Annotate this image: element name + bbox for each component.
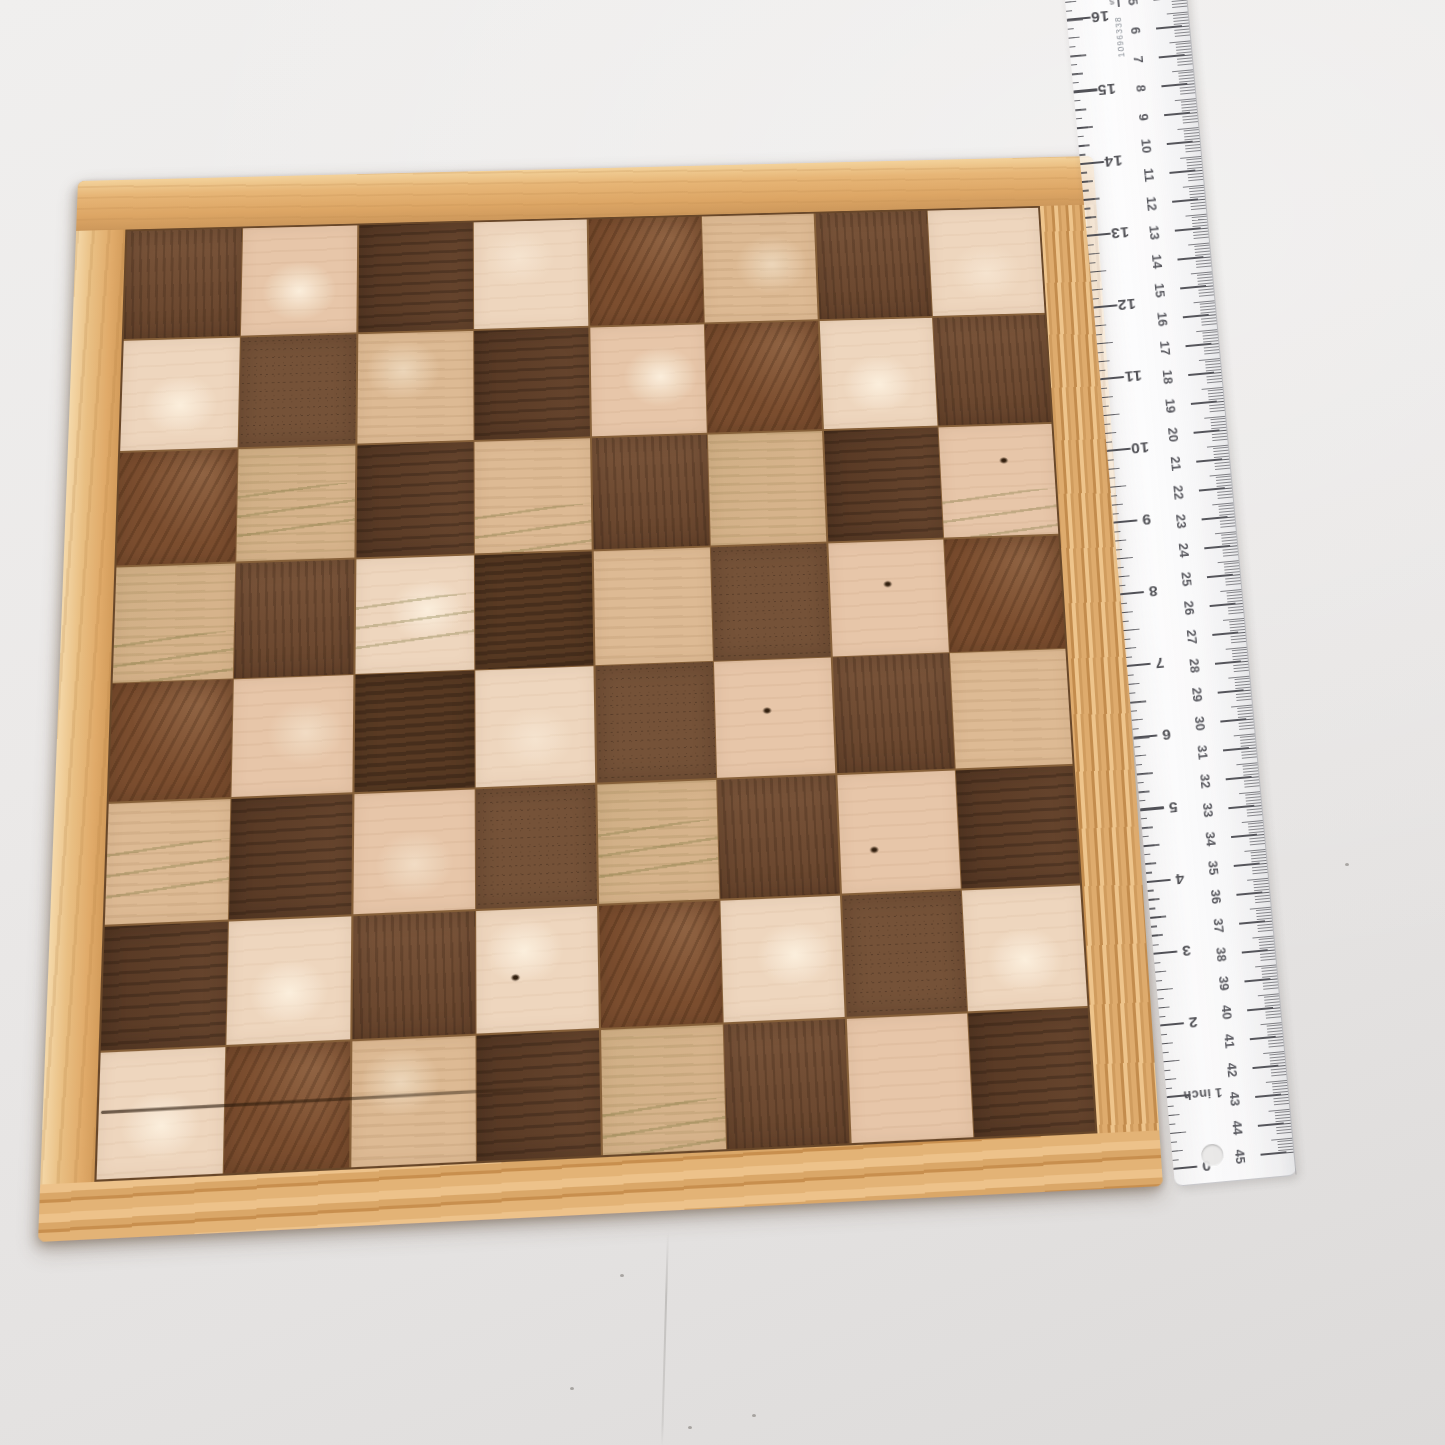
square-b8 — [241, 225, 357, 335]
ruler-inch-label: 7 — [1142, 653, 1178, 674]
ruler-inch-label: 14 — [1095, 150, 1131, 171]
ruler-cm-label: 43 — [1225, 1083, 1244, 1114]
square-b2 — [227, 916, 352, 1045]
ruler-cm-label: 12 — [1142, 188, 1161, 219]
square-f1 — [724, 1019, 849, 1149]
square-d6 — [475, 438, 592, 553]
ruler-product-code: 1096338 — [1113, 16, 1127, 58]
ruler-cm-tick — [1212, 632, 1238, 636]
ruler-cm-tick — [1199, 487, 1225, 491]
ruler-inch-label: 3 — [1169, 940, 1205, 961]
wood-streak — [597, 819, 719, 883]
square-b7 — [239, 334, 356, 447]
ruler-cm-label: 28 — [1185, 650, 1204, 681]
square-c1 — [351, 1036, 475, 1168]
square-f5 — [711, 543, 831, 660]
ruler-cm-label: 41 — [1220, 1025, 1239, 1056]
wood-streak — [105, 838, 230, 903]
wood-knot — [870, 846, 879, 853]
ruler-cm-label: 14 — [1147, 246, 1166, 277]
backdrop-crease — [661, 1231, 669, 1445]
square-g4 — [833, 654, 955, 774]
dust-speck — [570, 1387, 574, 1390]
ruler-cm-tick — [1223, 747, 1249, 751]
ruler-cm-tick — [1167, 141, 1193, 145]
ruler-cm-tick — [1191, 401, 1217, 405]
ruler-cm-label: 23 — [1171, 506, 1190, 537]
ruler-cm-tick — [1153, 0, 1179, 1]
ruler-cm-tick — [1210, 603, 1236, 607]
ruler-end-mark: s — [1109, 0, 1120, 8]
square-d1 — [477, 1030, 601, 1161]
square-c4 — [354, 671, 474, 793]
ruler-cm-tick — [1239, 920, 1265, 924]
ruler-cm-label: 39 — [1214, 968, 1233, 999]
ruler-cm-tick — [1247, 1007, 1273, 1011]
square-g2 — [842, 891, 967, 1017]
ruler-inch-label: 4 — [1162, 868, 1198, 889]
ruler-cm-tick — [1252, 1065, 1278, 1069]
flash-hotspot — [934, 212, 1039, 312]
square-d4 — [476, 667, 596, 788]
ruler-cm-label: 16 — [1153, 304, 1172, 335]
square-c8 — [358, 222, 473, 332]
wood-streak — [355, 592, 474, 653]
ruler-inch-label: 6 — [1149, 724, 1185, 745]
square-a8 — [124, 228, 242, 339]
square-a1 — [97, 1047, 225, 1180]
square-f8 — [702, 214, 817, 323]
ruler-cm-label: 13 — [1145, 217, 1164, 248]
square-e8 — [589, 217, 704, 326]
square-d8 — [474, 219, 588, 329]
square-b5 — [234, 559, 354, 678]
square-f7 — [705, 321, 822, 433]
ruler-cm-tick — [1215, 661, 1241, 665]
square-b1 — [224, 1041, 350, 1173]
square-e1 — [601, 1025, 726, 1156]
ruler-cm-tick — [1172, 199, 1198, 203]
ruler-inch-label: 10 — [1122, 437, 1158, 458]
ruler-cm-tick — [1260, 1151, 1286, 1155]
ruler-cm-label: 8 — [1131, 73, 1150, 104]
square-f6 — [708, 431, 826, 545]
ruler-cm-tick — [1204, 545, 1230, 549]
flash-hotspot — [596, 329, 701, 432]
flash-hotspot — [708, 218, 812, 318]
ruler-inch-label: 5 — [1155, 796, 1191, 817]
square-f2 — [721, 896, 845, 1023]
ruler-cm-label: 25 — [1177, 563, 1196, 594]
square-e5 — [594, 547, 713, 665]
ruler-cm-label: 40 — [1217, 997, 1236, 1028]
square-e6 — [592, 434, 710, 549]
ruler-cm-tick — [1159, 54, 1185, 58]
ruler-cm-label: 31 — [1193, 737, 1212, 768]
square-h7 — [933, 315, 1051, 426]
square-f3 — [718, 775, 840, 899]
ruler-cm-label: 29 — [1187, 679, 1206, 710]
square-c6 — [356, 442, 473, 558]
ruler-cm-tick — [1177, 256, 1203, 260]
flash-hotspot — [968, 891, 1081, 1007]
square-a3 — [105, 799, 230, 925]
dust-speck — [620, 1274, 624, 1277]
square-h4 — [950, 649, 1072, 769]
square-h3 — [956, 766, 1080, 889]
ruler-cm-label: 33 — [1198, 794, 1217, 825]
ruler-cm-label: 27 — [1182, 621, 1201, 652]
ruler-cm-label: 10 — [1137, 130, 1156, 161]
square-e7 — [590, 324, 706, 436]
square-a5 — [113, 563, 235, 682]
ruler-cm-label: 45 — [1230, 1141, 1249, 1172]
square-d5 — [475, 551, 593, 669]
ruler-cm-label: 32 — [1195, 766, 1214, 797]
flash-hotspot — [359, 795, 468, 910]
ruler-inch-label: 8 — [1135, 581, 1171, 602]
ruler-cm-label: 11 — [1139, 159, 1158, 190]
ruler-cm-tick — [1196, 458, 1222, 462]
flash-hotspot — [238, 680, 347, 792]
flash-hotspot — [480, 224, 583, 325]
ruler-cm-tick — [1207, 574, 1233, 578]
square-h8 — [928, 208, 1045, 316]
ruler-inch-label: 1 inch — [1174, 1082, 1231, 1105]
ruler-cm-label: 7 — [1128, 44, 1147, 75]
ruler-cm-label: 20 — [1163, 419, 1182, 450]
ruler-cm-tick — [1242, 949, 1268, 953]
wood-knot — [763, 707, 772, 714]
flash-hotspot — [126, 342, 233, 446]
ruler-inch-label: 15 — [1089, 78, 1125, 99]
ruler-inch-label: 9 — [1129, 509, 1165, 530]
square-h2 — [962, 886, 1087, 1012]
square-d3 — [476, 785, 597, 909]
ruler-inch-label: 13 — [1102, 222, 1138, 243]
square-g5 — [828, 539, 948, 656]
ruler-cm-label: 26 — [1179, 592, 1198, 623]
square-g1 — [847, 1013, 973, 1143]
flash-hotspot — [825, 322, 931, 424]
flash-hotspot — [357, 1041, 469, 1162]
ruler-inch-label: 2 — [1175, 1012, 1211, 1033]
ruler-cm-tick — [1161, 83, 1187, 87]
flash-hotspot — [103, 1052, 219, 1174]
square-d7 — [475, 327, 591, 439]
ruler-cm-tick — [1220, 718, 1246, 722]
ruler-cm-tick — [1185, 343, 1211, 347]
flash-hotspot — [361, 560, 468, 669]
flash-hotspot — [233, 922, 345, 1040]
square-c3 — [353, 790, 474, 915]
ruler-cm-label: 19 — [1161, 390, 1180, 421]
flash-hotspot — [483, 911, 593, 1028]
ruler-cm-label: 30 — [1190, 708, 1209, 739]
square-h5 — [944, 535, 1065, 652]
board-squares-grid — [94, 206, 1097, 1182]
ruler-cm-tick — [1234, 863, 1260, 867]
wood-knot — [511, 974, 520, 982]
square-a7 — [120, 337, 239, 450]
wood-knot — [999, 457, 1008, 464]
wood-streak — [113, 630, 235, 682]
ruler-cm-label: 35 — [1203, 852, 1222, 883]
wood-knot — [883, 580, 892, 587]
ruler-cm-tick — [1164, 112, 1190, 116]
wood-streak — [601, 1097, 726, 1155]
square-e3 — [597, 780, 719, 904]
dust-speck — [1345, 863, 1349, 866]
ruler-cm-tick — [1236, 892, 1262, 896]
ruler-cm-label: 38 — [1212, 939, 1231, 970]
ruler-cm-label: 9 — [1134, 101, 1153, 132]
ruler-cm-label: 36 — [1206, 881, 1225, 912]
ruler-cm-label: 34 — [1201, 823, 1220, 854]
ruler-cm-tick — [1188, 372, 1214, 376]
dust-speck — [752, 1414, 756, 1417]
dust-speck — [688, 1426, 692, 1429]
square-b4 — [232, 675, 354, 797]
square-g7 — [820, 318, 937, 429]
square-d2 — [477, 906, 599, 1034]
ruler-cm-label: 22 — [1169, 477, 1188, 508]
square-b6 — [237, 445, 356, 561]
ruler-inch-label: 11 — [1115, 366, 1151, 387]
ruler-cm-label: 18 — [1158, 361, 1177, 392]
ruler-cm-tick — [1169, 170, 1195, 174]
ruler-cm-tick — [1193, 430, 1219, 434]
square-f4 — [714, 658, 835, 778]
flash-hotspot — [247, 230, 351, 331]
ruler-cm-tick — [1231, 834, 1257, 838]
ruler-cm-tick — [1258, 1123, 1284, 1127]
ruler-cm-label: 15 — [1150, 275, 1169, 306]
ruler-cm-label: 21 — [1166, 448, 1185, 479]
square-a6 — [116, 449, 237, 565]
square-e2 — [599, 901, 722, 1028]
ruler-cm-tick — [1156, 25, 1182, 29]
ruler-cm-tick — [1180, 285, 1206, 289]
wood-streak — [237, 482, 356, 541]
ruler-cm-tick — [1175, 227, 1201, 231]
ruler-cm-label: 44 — [1228, 1112, 1247, 1143]
ruler-cm-tick — [1228, 805, 1254, 809]
chessboard — [38, 156, 1163, 1242]
ruler-cm-label: 42 — [1222, 1054, 1241, 1085]
ruler-cm-tick — [1218, 689, 1244, 693]
square-a4 — [109, 680, 233, 802]
square-c5 — [355, 555, 474, 674]
square-b3 — [229, 794, 352, 919]
square-a2 — [101, 922, 228, 1051]
flash-hotspot — [482, 671, 590, 782]
ruler-cm-label: 17 — [1155, 332, 1174, 363]
ruler-cm-label: 24 — [1174, 535, 1193, 566]
square-g3 — [837, 771, 960, 894]
square-e4 — [595, 662, 715, 783]
ruler-cm-tick — [1244, 978, 1270, 982]
ruler-inch-label: 12 — [1109, 294, 1145, 315]
square-g6 — [824, 427, 943, 541]
ruler-cm-label: 6 — [1126, 15, 1145, 46]
square-h1 — [968, 1008, 1095, 1137]
ruler-cm-tick — [1226, 776, 1252, 780]
square-h6 — [939, 424, 1058, 538]
square-g8 — [815, 211, 931, 320]
ruler-cm-tick — [1183, 314, 1209, 318]
photo-background: 01 inch2345678910111213141516 0123456789… — [0, 0, 1445, 1445]
flash-hotspot — [727, 901, 839, 1017]
flash-hotspot — [363, 335, 467, 439]
ruler-cm-tick — [1255, 1094, 1281, 1098]
wood-streak — [939, 488, 1058, 537]
ruler-cm-tick — [1250, 1036, 1276, 1040]
wood-streak — [475, 503, 592, 553]
ruler-cm-tick — [1202, 516, 1228, 520]
square-c7 — [357, 331, 473, 444]
ruler-cm-label: 37 — [1209, 910, 1228, 941]
square-c2 — [352, 911, 475, 1039]
